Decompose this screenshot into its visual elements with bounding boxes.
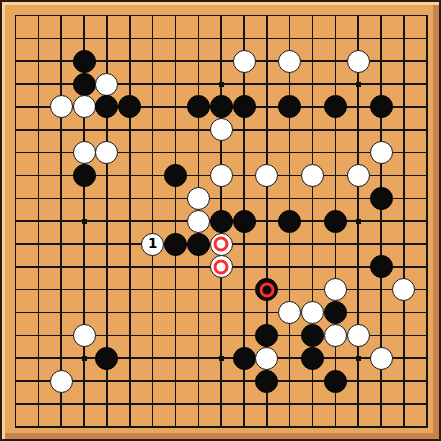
- grid-line-horizontal: [15, 312, 428, 314]
- black-stone: [278, 95, 301, 118]
- white-stone: [73, 324, 96, 347]
- black-stone: [370, 255, 393, 278]
- black-stone: [118, 95, 141, 118]
- black-stone: [255, 278, 278, 301]
- black-stone: [324, 210, 347, 233]
- black-stone: [301, 324, 324, 347]
- white-stone: [301, 301, 324, 324]
- circle-marker: [214, 237, 229, 252]
- black-stone: [324, 95, 347, 118]
- white-stone: [347, 50, 370, 73]
- white-stone: [324, 278, 347, 301]
- white-stone: [210, 233, 233, 256]
- white-stone: [187, 187, 210, 210]
- star-point: [356, 219, 361, 224]
- star-point: [356, 82, 361, 87]
- star-point: [219, 356, 224, 361]
- grid-line-horizontal: [15, 380, 428, 382]
- black-stone: [233, 347, 256, 370]
- black-stone: [278, 210, 301, 233]
- black-stone: [73, 164, 96, 187]
- grid-line-vertical: [403, 15, 405, 428]
- white-stone: [370, 141, 393, 164]
- white-stone: [210, 118, 233, 141]
- black-stone: [370, 187, 393, 210]
- star-point: [82, 356, 87, 361]
- white-stone: [347, 324, 370, 347]
- black-stone: [164, 233, 187, 256]
- white-stone: [370, 347, 393, 370]
- white-stone: [50, 370, 73, 393]
- white-stone: [278, 50, 301, 73]
- black-stone: [233, 95, 256, 118]
- white-stone: [95, 73, 118, 96]
- black-stone: [370, 95, 393, 118]
- white-stone: 1: [141, 233, 164, 256]
- black-stone: [210, 95, 233, 118]
- black-stone: [255, 370, 278, 393]
- black-stone: [210, 210, 233, 233]
- white-stone: [324, 324, 347, 347]
- go-board: 1: [0, 0, 441, 441]
- grid-line-vertical: [426, 15, 428, 428]
- black-stone: [164, 164, 187, 187]
- white-stone: [255, 347, 278, 370]
- white-stone: [347, 164, 370, 187]
- grid-line-horizontal: [15, 403, 428, 405]
- star-point: [219, 82, 224, 87]
- black-stone: [187, 233, 210, 256]
- black-stone: [95, 95, 118, 118]
- black-stone: [73, 73, 96, 96]
- star-point: [356, 356, 361, 361]
- black-stone: [73, 50, 96, 73]
- white-stone: [392, 278, 415, 301]
- white-stone: [301, 164, 324, 187]
- black-stone: [324, 370, 347, 393]
- white-stone: [210, 255, 233, 278]
- black-stone: [233, 210, 256, 233]
- black-stone: [324, 301, 347, 324]
- white-stone: [95, 141, 118, 164]
- white-stone: [210, 164, 233, 187]
- black-stone: [95, 347, 118, 370]
- white-stone: [73, 95, 96, 118]
- star-point: [82, 219, 87, 224]
- circle-marker: [259, 282, 274, 297]
- black-stone: [255, 324, 278, 347]
- white-stone: [73, 141, 96, 164]
- go-diagram: 1: [0, 0, 441, 441]
- grid-line-horizontal: [15, 289, 428, 291]
- white-stone: [50, 95, 73, 118]
- black-stone: [187, 95, 210, 118]
- grid-line-horizontal: [15, 426, 428, 428]
- white-stone: [187, 210, 210, 233]
- black-stone: [301, 347, 324, 370]
- circle-marker: [214, 259, 229, 274]
- white-stone: [255, 164, 278, 187]
- move-number-label: 1: [142, 234, 163, 255]
- white-stone: [233, 50, 256, 73]
- white-stone: [278, 301, 301, 324]
